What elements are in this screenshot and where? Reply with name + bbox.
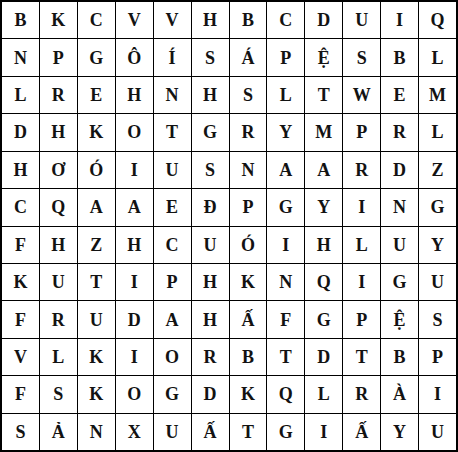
grid-cell[interactable]: A: [116, 189, 153, 225]
grid-cell[interactable]: S: [40, 376, 77, 412]
grid-cell[interactable]: U: [40, 264, 77, 300]
grid-cell[interactable]: L: [267, 77, 304, 113]
grid-cell[interactable]: G: [381, 264, 418, 300]
grid-cell[interactable]: U: [419, 264, 456, 300]
grid-cell[interactable]: H: [192, 2, 229, 38]
grid-cell[interactable]: Ệ: [305, 39, 342, 75]
grid-cell[interactable]: O: [154, 339, 191, 375]
grid-cell[interactable]: U: [419, 414, 456, 450]
grid-cell[interactable]: Z: [78, 227, 115, 263]
grid-cell[interactable]: F: [267, 301, 304, 337]
grid-cell[interactable]: Q: [267, 376, 304, 412]
grid-cell[interactable]: Ó: [230, 227, 267, 263]
grid-cell[interactable]: H: [116, 77, 153, 113]
grid-cell[interactable]: G: [305, 301, 342, 337]
grid-cell[interactable]: P: [343, 301, 380, 337]
grid-cell[interactable]: G: [267, 414, 304, 450]
grid-cell[interactable]: F: [2, 227, 39, 263]
grid-cell[interactable]: A: [78, 189, 115, 225]
grid-cell[interactable]: T: [343, 339, 380, 375]
grid-cell[interactable]: V: [116, 2, 153, 38]
grid-cell[interactable]: I: [267, 227, 304, 263]
grid-cell[interactable]: Ô: [116, 39, 153, 75]
grid-cell[interactable]: N: [267, 264, 304, 300]
grid-cell[interactable]: N: [78, 414, 115, 450]
grid-cell[interactable]: L: [419, 39, 456, 75]
grid-cell[interactable]: K: [2, 264, 39, 300]
grid-cell[interactable]: P: [419, 339, 456, 375]
grid-cell[interactable]: Y: [267, 114, 304, 150]
grid-cell[interactable]: U: [381, 227, 418, 263]
grid-cell[interactable]: K: [78, 114, 115, 150]
grid-cell[interactable]: T: [267, 339, 304, 375]
grid-cell[interactable]: P: [40, 39, 77, 75]
grid-cell[interactable]: V: [154, 2, 191, 38]
grid-cell[interactable]: Y: [381, 414, 418, 450]
grid-cell[interactable]: Y: [419, 227, 456, 263]
grid-cell[interactable]: À: [381, 376, 418, 412]
grid-cell[interactable]: S: [2, 414, 39, 450]
grid-cell[interactable]: I: [381, 2, 418, 38]
grid-cell[interactable]: A: [267, 152, 304, 188]
word-search-puzzle: BKCVVHBCDUIQNPGÔÍSÁPỆSBLLREHNHSLTWEMDHKO…: [0, 0, 458, 452]
grid-cell[interactable]: K: [230, 376, 267, 412]
grid-cell[interactable]: L: [40, 339, 77, 375]
grid-cell[interactable]: C: [2, 189, 39, 225]
grid-cell[interactable]: P: [343, 114, 380, 150]
grid-cell[interactable]: A: [154, 301, 191, 337]
grid-cell[interactable]: H: [192, 264, 229, 300]
grid-cell[interactable]: O: [116, 376, 153, 412]
grid-cell[interactable]: O: [116, 114, 153, 150]
grid-cell[interactable]: B: [381, 39, 418, 75]
grid-cell[interactable]: Q: [305, 264, 342, 300]
grid-cell[interactable]: L: [343, 227, 380, 263]
grid-cell[interactable]: I: [343, 189, 380, 225]
grid-cell[interactable]: D: [2, 114, 39, 150]
grid-cell[interactable]: D: [381, 152, 418, 188]
grid-cell[interactable]: F: [2, 301, 39, 337]
grid-cell[interactable]: T: [78, 264, 115, 300]
grid-cell[interactable]: P: [267, 39, 304, 75]
grid-cell[interactable]: Q: [419, 2, 456, 38]
grid-cell[interactable]: I: [419, 376, 456, 412]
grid-cell[interactable]: C: [78, 2, 115, 38]
grid-cell[interactable]: E: [78, 77, 115, 113]
grid-cell[interactable]: H: [40, 114, 77, 150]
grid-cell[interactable]: B: [2, 2, 39, 38]
grid-cell[interactable]: Ấ: [192, 414, 229, 450]
grid-cell[interactable]: Ơ: [40, 152, 77, 188]
grid-cell[interactable]: L: [305, 376, 342, 412]
grid-cell[interactable]: G: [154, 376, 191, 412]
grid-cell[interactable]: P: [230, 189, 267, 225]
grid-cell[interactable]: Đ: [192, 189, 229, 225]
grid-cell[interactable]: G: [192, 114, 229, 150]
grid-cell[interactable]: E: [381, 77, 418, 113]
grid-cell[interactable]: H: [116, 227, 153, 263]
grid-cell[interactable]: C: [267, 2, 304, 38]
grid-cell[interactable]: Í: [154, 39, 191, 75]
grid-cell[interactable]: H: [192, 301, 229, 337]
grid-cell[interactable]: B: [230, 2, 267, 38]
grid-cell[interactable]: U: [78, 301, 115, 337]
grid-cell[interactable]: K: [40, 2, 77, 38]
grid-cell[interactable]: Ệ: [381, 301, 418, 337]
grid-cell[interactable]: L: [2, 77, 39, 113]
grid-cell[interactable]: R: [192, 339, 229, 375]
grid-cell[interactable]: U: [154, 414, 191, 450]
grid-cell[interactable]: S: [343, 39, 380, 75]
grid-cell[interactable]: M: [305, 114, 342, 150]
grid-cell[interactable]: T: [305, 77, 342, 113]
grid-cell[interactable]: H: [305, 227, 342, 263]
grid-cell[interactable]: R: [343, 152, 380, 188]
grid-cell[interactable]: Ấ: [230, 301, 267, 337]
grid-cell[interactable]: D: [192, 376, 229, 412]
grid-cell[interactable]: N: [381, 189, 418, 225]
grid-cell[interactable]: F: [2, 376, 39, 412]
grid-cell[interactable]: R: [381, 114, 418, 150]
grid-cell[interactable]: N: [154, 77, 191, 113]
grid-cell[interactable]: I: [116, 339, 153, 375]
grid-cell[interactable]: Ả: [40, 414, 77, 450]
grid-cell[interactable]: K: [78, 339, 115, 375]
grid-cell[interactable]: Z: [419, 152, 456, 188]
grid-cell[interactable]: R: [343, 376, 380, 412]
grid-cell[interactable]: R: [230, 114, 267, 150]
grid-cell[interactable]: H: [40, 227, 77, 263]
grid-cell[interactable]: T: [154, 114, 191, 150]
grid-cell[interactable]: A: [305, 152, 342, 188]
grid-cell[interactable]: U: [343, 2, 380, 38]
grid-cell[interactable]: W: [343, 77, 380, 113]
grid-cell[interactable]: S: [192, 152, 229, 188]
grid-cell[interactable]: I: [116, 264, 153, 300]
grid-cell[interactable]: G: [419, 189, 456, 225]
grid-cell[interactable]: G: [267, 189, 304, 225]
grid-cell[interactable]: K: [230, 264, 267, 300]
grid-cell[interactable]: V: [2, 339, 39, 375]
grid-cell[interactable]: U: [192, 227, 229, 263]
grid-cell[interactable]: R: [40, 301, 77, 337]
grid-cell[interactable]: Y: [305, 189, 342, 225]
grid-cell[interactable]: I: [343, 264, 380, 300]
grid-cell[interactable]: K: [78, 376, 115, 412]
grid-cell[interactable]: D: [305, 339, 342, 375]
grid-cell[interactable]: R: [40, 77, 77, 113]
grid-cell[interactable]: B: [230, 339, 267, 375]
grid-cell[interactable]: Á: [230, 39, 267, 75]
grid-cell[interactable]: Ấ: [343, 414, 380, 450]
grid-cell[interactable]: N: [2, 39, 39, 75]
word-search-grid: BKCVVHBCDUIQNPGÔÍSÁPỆSBLLREHNHSLTWEMDHKO…: [0, 0, 458, 452]
grid-cell[interactable]: N: [230, 152, 267, 188]
grid-cell[interactable]: H: [2, 152, 39, 188]
grid-cell[interactable]: T: [230, 414, 267, 450]
grid-cell[interactable]: S: [230, 77, 267, 113]
grid-cell[interactable]: M: [419, 77, 456, 113]
grid-cell[interactable]: S: [419, 301, 456, 337]
grid-cell[interactable]: L: [419, 114, 456, 150]
grid-cell[interactable]: P: [154, 264, 191, 300]
grid-cell[interactable]: Ó: [78, 152, 115, 188]
grid-cell[interactable]: X: [116, 414, 153, 450]
grid-cell[interactable]: U: [154, 152, 191, 188]
grid-cell[interactable]: H: [192, 77, 229, 113]
grid-cell[interactable]: D: [116, 301, 153, 337]
grid-cell[interactable]: D: [305, 2, 342, 38]
grid-cell[interactable]: E: [154, 189, 191, 225]
grid-cell[interactable]: B: [381, 339, 418, 375]
grid-cell[interactable]: I: [305, 414, 342, 450]
grid-cell[interactable]: I: [116, 152, 153, 188]
grid-cell[interactable]: C: [154, 227, 191, 263]
grid-cell[interactable]: S: [192, 39, 229, 75]
grid-cell[interactable]: G: [78, 39, 115, 75]
grid-cell[interactable]: Q: [40, 189, 77, 225]
